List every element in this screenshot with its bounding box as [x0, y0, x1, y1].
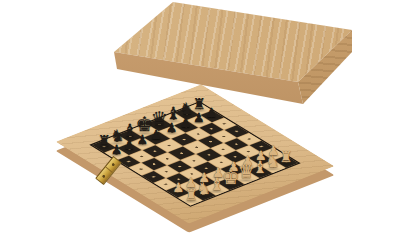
black-pawn: ♟: [151, 128, 163, 141]
white-king: ♚: [222, 168, 240, 188]
black-pawn: ♟: [193, 111, 205, 124]
black-pawn: ♟: [206, 106, 218, 119]
chess-board: ♜♟♟♜♞♟♟♞♝♟♟♝♛♟♟♛♚♟♟♚♝♟♟♝♞♟♟♞♜♟♟♜: [56, 84, 335, 223]
black-rook: ♜: [97, 134, 110, 149]
white-rook: ♜: [184, 187, 197, 202]
black-pawn: ♟: [137, 133, 149, 146]
black-pawn: ♟: [111, 144, 123, 157]
white-bishop: ♝: [209, 176, 224, 193]
black-pawn: ♟: [180, 116, 192, 129]
white-queen: ♛: [237, 162, 254, 181]
white-knight: ♞: [266, 154, 280, 170]
black-pawn: ♟: [166, 122, 178, 135]
black-pawn: ♟: [124, 138, 136, 151]
white-rook: ♜: [279, 150, 292, 165]
chess-set-photo: ♜♟♟♜♞♟♟♞♝♟♟♝♛♟♟♛♚♟♟♚♝♟♟♝♞♟♟♞♜♟♟♜: [0, 0, 400, 240]
white-pawn: ♟: [172, 181, 184, 194]
white-knight: ♞: [196, 182, 210, 198]
